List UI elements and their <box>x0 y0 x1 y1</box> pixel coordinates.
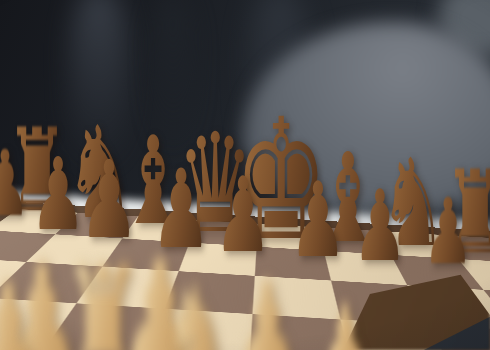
vignette-overlay <box>0 0 490 350</box>
chess-photo-scene: ♜♞♝♛♚♝♞♜♟♟♟♟♟♟♟♟♟♟♜♟♞♟♟ <box>0 0 490 350</box>
